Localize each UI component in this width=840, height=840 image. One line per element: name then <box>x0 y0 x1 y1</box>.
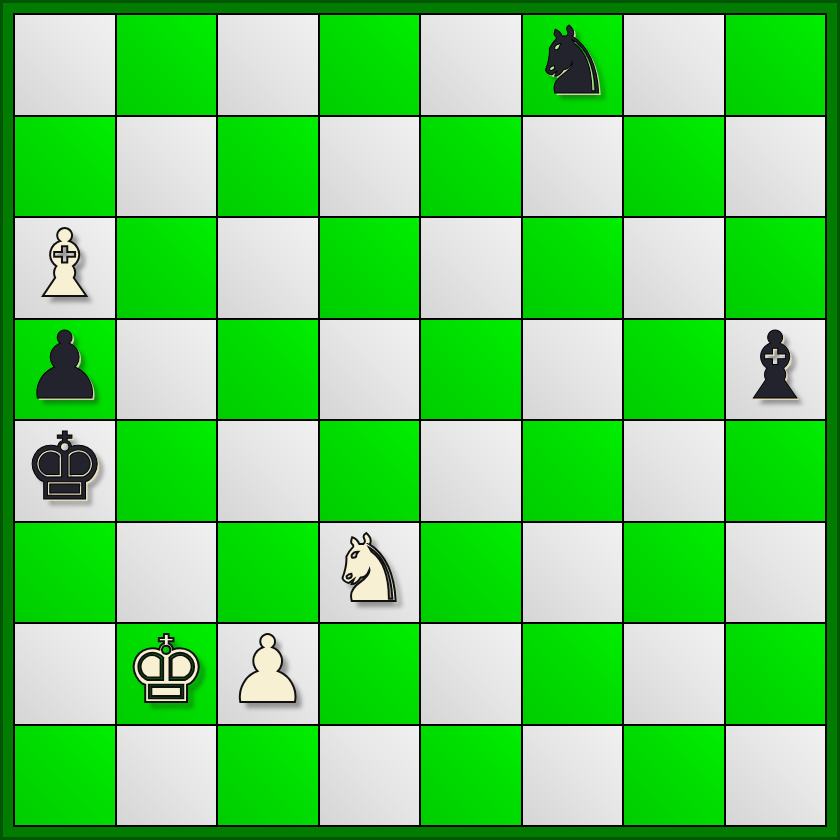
square-g2[interactable] <box>624 624 724 724</box>
square-a1[interactable] <box>15 726 115 826</box>
square-d4[interactable] <box>320 421 420 521</box>
piece-white-bishop-a6[interactable]: ♝ <box>23 218 106 311</box>
square-e2[interactable] <box>421 624 521 724</box>
square-h7[interactable] <box>726 117 826 217</box>
piece-black-knight-f8[interactable]: ♞ <box>531 15 614 108</box>
square-f8[interactable]: ♞ <box>523 15 623 115</box>
square-f4[interactable] <box>523 421 623 521</box>
square-f5[interactable] <box>523 320 623 420</box>
square-a5[interactable]: ♟ <box>15 320 115 420</box>
square-b8[interactable] <box>117 15 217 115</box>
square-d6[interactable] <box>320 218 420 318</box>
square-e5[interactable] <box>421 320 521 420</box>
square-e6[interactable] <box>421 218 521 318</box>
square-f1[interactable] <box>523 726 623 826</box>
square-d3[interactable]: ♞ <box>320 523 420 623</box>
square-d5[interactable] <box>320 320 420 420</box>
square-e7[interactable] <box>421 117 521 217</box>
piece-black-bishop-h5[interactable]: ♝ <box>734 320 817 413</box>
square-e3[interactable] <box>421 523 521 623</box>
square-a6[interactable]: ♝ <box>15 218 115 318</box>
square-c6[interactable] <box>218 218 318 318</box>
piece-white-knight-d3[interactable]: ♞ <box>328 523 411 616</box>
piece-white-king-b2[interactable]: ♚ <box>125 624 208 717</box>
square-a3[interactable] <box>15 523 115 623</box>
square-h4[interactable] <box>726 421 826 521</box>
square-d7[interactable] <box>320 117 420 217</box>
square-f2[interactable] <box>523 624 623 724</box>
square-b3[interactable] <box>117 523 217 623</box>
square-b2[interactable]: ♚ <box>117 624 217 724</box>
square-a4[interactable]: ♚ <box>15 421 115 521</box>
square-b6[interactable] <box>117 218 217 318</box>
square-c2[interactable]: ♟ <box>218 624 318 724</box>
piece-black-pawn-a5[interactable]: ♟ <box>23 320 106 413</box>
square-g8[interactable] <box>624 15 724 115</box>
square-c5[interactable] <box>218 320 318 420</box>
square-e1[interactable] <box>421 726 521 826</box>
square-b4[interactable] <box>117 421 217 521</box>
square-d8[interactable] <box>320 15 420 115</box>
square-f6[interactable] <box>523 218 623 318</box>
square-f3[interactable] <box>523 523 623 623</box>
square-g1[interactable] <box>624 726 724 826</box>
piece-white-pawn-c2[interactable]: ♟ <box>226 624 309 717</box>
square-h6[interactable] <box>726 218 826 318</box>
square-g6[interactable] <box>624 218 724 318</box>
square-g5[interactable] <box>624 320 724 420</box>
square-e4[interactable] <box>421 421 521 521</box>
square-g4[interactable] <box>624 421 724 521</box>
square-b5[interactable] <box>117 320 217 420</box>
square-g7[interactable] <box>624 117 724 217</box>
chess-board-frame: ♞♝♟♝♚♞♚♟ <box>0 0 840 840</box>
square-d1[interactable] <box>320 726 420 826</box>
square-h1[interactable] <box>726 726 826 826</box>
square-c4[interactable] <box>218 421 318 521</box>
square-c8[interactable] <box>218 15 318 115</box>
square-c1[interactable] <box>218 726 318 826</box>
square-b7[interactable] <box>117 117 217 217</box>
chess-board: ♞♝♟♝♚♞♚♟ <box>13 13 827 827</box>
square-h5[interactable]: ♝ <box>726 320 826 420</box>
square-h8[interactable] <box>726 15 826 115</box>
square-h3[interactable] <box>726 523 826 623</box>
square-c7[interactable] <box>218 117 318 217</box>
square-c3[interactable] <box>218 523 318 623</box>
square-e8[interactable] <box>421 15 521 115</box>
square-g3[interactable] <box>624 523 724 623</box>
square-a8[interactable] <box>15 15 115 115</box>
square-f7[interactable] <box>523 117 623 217</box>
square-a7[interactable] <box>15 117 115 217</box>
square-d2[interactable] <box>320 624 420 724</box>
square-h2[interactable] <box>726 624 826 724</box>
square-b1[interactable] <box>117 726 217 826</box>
piece-black-king-a4[interactable]: ♚ <box>23 421 106 514</box>
square-a2[interactable] <box>15 624 115 724</box>
